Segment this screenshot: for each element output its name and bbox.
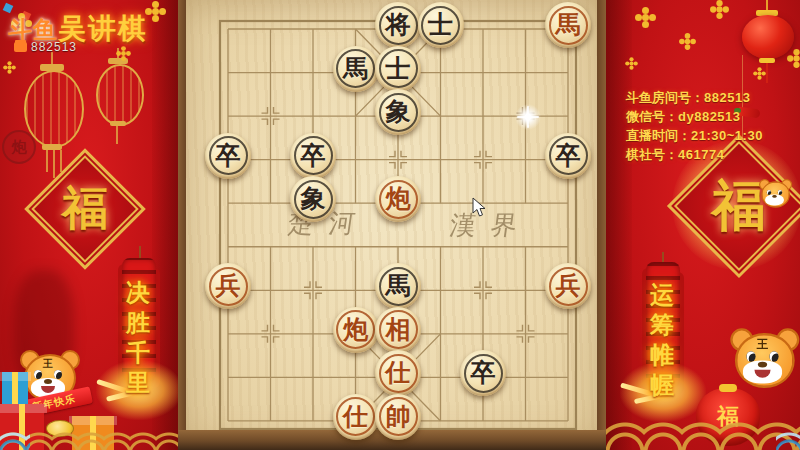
position-marker	[486, 151, 492, 157]
tv-icon	[14, 42, 27, 52]
position-marker	[401, 151, 407, 157]
flower-icon	[7, 65, 11, 69]
position-marker	[529, 325, 535, 331]
ghost-cannon-piece: 炮	[2, 130, 36, 164]
piece-red-帥[interactable]: 帥	[375, 394, 421, 440]
position-marker	[274, 337, 280, 343]
mouse-cursor	[472, 197, 487, 218]
piece-char: 卒	[545, 133, 591, 179]
piece-char: 相	[375, 307, 421, 353]
piece-red-相[interactable]: 相	[375, 307, 421, 353]
room-number-line: 882513	[14, 40, 77, 54]
sparkle-effect	[514, 103, 542, 131]
position-marker	[274, 119, 280, 125]
position-marker	[389, 163, 395, 169]
piece-black-士[interactable]: 士	[418, 2, 464, 48]
position-marker	[474, 151, 480, 157]
position-marker	[304, 281, 310, 287]
position-marker	[262, 107, 268, 113]
tiger-nose	[772, 195, 776, 198]
tiger-eye	[769, 351, 778, 361]
gold-lantern-icon	[24, 70, 84, 148]
info-club-label: 棋社号：	[626, 147, 678, 162]
piece-char: 兵	[205, 263, 251, 309]
piece-char: 仕	[375, 350, 421, 396]
position-marker	[486, 293, 492, 299]
slogan-right: 运 筹 帷 幄	[650, 280, 674, 400]
flower-icon	[685, 39, 691, 45]
piece-char: 炮	[333, 307, 379, 353]
flower-icon	[716, 6, 722, 12]
position-marker	[517, 337, 523, 343]
tiger-nose	[44, 379, 52, 384]
info-club: 棋社号：461774	[626, 145, 763, 164]
piece-char: 兵	[545, 263, 591, 309]
piece-char: 象	[290, 176, 336, 222]
info-time: 直播时间：21:30~1:30	[626, 126, 763, 145]
piece-red-炮[interactable]: 炮	[333, 307, 379, 353]
slogan-char: 筹	[650, 310, 674, 340]
tiger-nose	[758, 362, 767, 368]
lantern-bottom-cap	[42, 144, 62, 150]
info-room-label: 斗鱼房间号：	[626, 90, 704, 105]
position-marker	[262, 325, 268, 331]
slogan-char: 幄	[650, 370, 674, 400]
piece-char: 炮	[375, 176, 421, 222]
piece-red-兵[interactable]: 兵	[205, 263, 251, 309]
position-marker	[474, 163, 480, 169]
piece-char: 馬	[545, 2, 591, 48]
piece-red-炮[interactable]: 炮	[375, 176, 421, 222]
flower-icon	[642, 14, 649, 21]
lantern-tassel	[766, 63, 768, 83]
position-marker	[474, 293, 480, 299]
piece-black-卒[interactable]: 卒	[205, 133, 251, 179]
slogan-char: 运	[650, 280, 674, 310]
slogan-char: 胜	[126, 308, 150, 338]
position-marker	[304, 293, 310, 299]
fu-character: 福	[45, 169, 125, 249]
piece-char: 仕	[333, 394, 379, 440]
red-lantern-icon	[742, 15, 794, 59]
flower-icon	[793, 55, 799, 61]
river-label-han: 漢界	[448, 208, 535, 243]
stream-screenshot: 炮 福 决 胜 千 里 王 新年快乐	[0, 0, 800, 450]
info-room: 斗鱼房间号：882513	[626, 88, 763, 107]
position-marker	[401, 163, 407, 169]
piece-black-卒[interactable]: 卒	[545, 133, 591, 179]
piece-char: 馬	[333, 46, 379, 92]
piece-black-卒[interactable]: 卒	[290, 133, 336, 179]
position-marker	[262, 337, 268, 343]
piece-red-馬[interactable]: 馬	[545, 2, 591, 48]
flower-icon	[152, 8, 159, 15]
slogan-char: 帷	[650, 340, 674, 370]
position-marker	[486, 163, 492, 169]
piece-char: 卒	[205, 133, 251, 179]
stream-info-block: 斗鱼房间号：882513 微信号：dy882513 直播时间：21:30~1:3…	[626, 88, 763, 164]
info-time-label: 直播时间：	[626, 128, 691, 143]
position-marker	[262, 119, 268, 125]
lantern-bottom-cap	[110, 121, 126, 126]
piece-char: 士	[375, 46, 421, 92]
slogan-char: 里	[126, 368, 150, 398]
fu-plaque: 福	[24, 148, 146, 270]
info-wechat-label: 微信号：	[626, 109, 678, 124]
position-marker	[486, 281, 492, 287]
position-marker	[274, 325, 280, 331]
slogan-char: 决	[126, 278, 150, 308]
flower-icon	[757, 71, 761, 75]
wave-corner-blue	[776, 424, 800, 450]
piece-char: 帥	[375, 394, 421, 440]
piece-red-仕[interactable]: 仕	[333, 394, 379, 440]
tiger-forehead-mark: 王	[757, 336, 769, 352]
piece-black-馬[interactable]: 馬	[375, 263, 421, 309]
position-marker	[316, 281, 322, 287]
position-marker	[474, 281, 480, 287]
piece-char: 士	[418, 2, 464, 48]
room-number: 882513	[31, 40, 77, 54]
piece-black-象[interactable]: 象	[375, 89, 421, 135]
piece-char: 卒	[290, 133, 336, 179]
info-wechat-value: dy882513	[678, 109, 741, 124]
board-frame-right	[597, 0, 606, 450]
info-room-value: 882513	[704, 90, 750, 105]
position-marker	[274, 107, 280, 113]
piece-black-士[interactable]: 士	[375, 46, 421, 92]
piece-black-馬[interactable]: 馬	[333, 46, 379, 92]
lantern-tassel	[116, 126, 118, 144]
flower-icon	[121, 51, 126, 56]
right-decor-panel: 福 运 筹 帷 幄 王	[606, 0, 800, 450]
info-club-value: 461774	[678, 147, 724, 162]
piece-red-兵[interactable]: 兵	[545, 263, 591, 309]
board-frame-left	[178, 0, 186, 450]
tiger-forehead-mark: 王	[43, 357, 53, 371]
position-marker	[529, 337, 535, 343]
piece-red-仕[interactable]: 仕	[375, 350, 421, 396]
douyu-logo: 斗鱼	[8, 16, 58, 43]
sparkle-ray	[527, 106, 529, 128]
info-time-value: 21:30~1:30	[691, 128, 763, 143]
piece-black-卒[interactable]: 卒	[460, 350, 506, 396]
info-wechat: 微信号：dy882513	[626, 107, 763, 126]
firecracker-cord	[139, 246, 141, 258]
position-marker	[316, 293, 322, 299]
wave-corner-blue	[0, 424, 30, 450]
piece-char: 将	[375, 2, 421, 48]
gold-lantern-icon	[96, 64, 144, 126]
position-marker	[517, 325, 523, 331]
piece-char: 卒	[460, 350, 506, 396]
piece-black-象[interactable]: 象	[290, 176, 336, 222]
slogan-left: 决 胜 千 里	[126, 278, 150, 398]
position-marker	[389, 151, 395, 157]
piece-black-将[interactable]: 将	[375, 2, 421, 48]
piece-char: 象	[375, 89, 421, 135]
slogan-char: 千	[126, 338, 150, 368]
left-decor-panel: 炮 福 决 胜 千 里 王 新年快乐	[0, 0, 178, 450]
wave-pattern-right	[606, 408, 800, 450]
flower-icon	[629, 61, 633, 65]
piece-char: 馬	[375, 263, 421, 309]
firecracker-cord	[662, 252, 664, 262]
